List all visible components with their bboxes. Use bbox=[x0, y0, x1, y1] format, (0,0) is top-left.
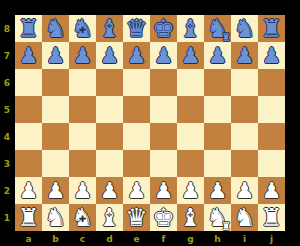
square-d8[interactable]: ♝ bbox=[96, 15, 123, 42]
square-d4[interactable] bbox=[96, 123, 123, 150]
piece-white-pawn[interactable]: ♟ bbox=[46, 177, 66, 204]
piece-white-king[interactable]: ♚ bbox=[152, 204, 174, 231]
piece-black-queen[interactable]: ♛ bbox=[125, 15, 147, 42]
piece-black-pawn[interactable]: ♟ bbox=[19, 42, 39, 69]
piece-black-pawn[interactable]: ♟ bbox=[127, 42, 147, 69]
piece-black-rook[interactable]: ♜ bbox=[260, 15, 282, 42]
piece-white-pawn[interactable]: ♟ bbox=[235, 177, 255, 204]
square-e1[interactable]: ♛ bbox=[123, 204, 150, 231]
square-f7[interactable]: ♟ bbox=[150, 42, 177, 69]
square-b7[interactable]: ♟ bbox=[42, 42, 69, 69]
square-e2[interactable]: ♟ bbox=[123, 177, 150, 204]
piece-white-pawn[interactable]: ♟ bbox=[100, 177, 120, 204]
file-label-i: i bbox=[231, 232, 258, 246]
piece-white-chancellor[interactable]: ♞ bbox=[206, 204, 228, 231]
square-h2[interactable]: ♟ bbox=[204, 177, 231, 204]
square-e4[interactable] bbox=[123, 123, 150, 150]
square-a1[interactable]: ♜ bbox=[15, 204, 42, 231]
piece-white-pawn[interactable]: ♟ bbox=[181, 177, 201, 204]
square-g1[interactable]: ♝ bbox=[177, 204, 204, 231]
file-label-d: d bbox=[96, 232, 123, 246]
square-j4[interactable] bbox=[258, 123, 285, 150]
piece-white-knight[interactable]: ♞ bbox=[233, 204, 255, 231]
square-b6[interactable] bbox=[42, 69, 69, 96]
piece-white-pawn[interactable]: ♟ bbox=[262, 177, 282, 204]
square-h6[interactable] bbox=[204, 69, 231, 96]
square-j8[interactable]: ♜ bbox=[258, 15, 285, 42]
square-a6[interactable] bbox=[15, 69, 42, 96]
piece-white-pawn[interactable]: ♟ bbox=[73, 177, 93, 204]
square-c8[interactable]: ♞✚ bbox=[69, 15, 96, 42]
rank-label-6: 6 bbox=[0, 69, 14, 96]
square-f5[interactable] bbox=[150, 96, 177, 123]
square-c5[interactable] bbox=[69, 96, 96, 123]
rank-label-8: 8 bbox=[0, 15, 14, 42]
square-a8[interactable]: ♜ bbox=[15, 15, 42, 42]
square-g3[interactable] bbox=[177, 150, 204, 177]
square-e5[interactable] bbox=[123, 96, 150, 123]
chessboard-frame: 87654321 ♜♞♞✚♝♛♚♝♞♜♞♜♟♟♟♟♟♟♟♟♟♟♟♟♟♟♟♟♟♟♟… bbox=[0, 0, 300, 246]
square-a4[interactable] bbox=[15, 123, 42, 150]
square-i8[interactable]: ♞ bbox=[231, 15, 258, 42]
square-f6[interactable] bbox=[150, 69, 177, 96]
rank-label-4: 4 bbox=[0, 123, 14, 150]
rank-label-7: 7 bbox=[0, 42, 14, 69]
square-a5[interactable] bbox=[15, 96, 42, 123]
square-h5[interactable] bbox=[204, 96, 231, 123]
square-h1[interactable]: ♞♜ bbox=[204, 204, 231, 231]
square-b1[interactable]: ♞ bbox=[42, 204, 69, 231]
file-label-j: j bbox=[258, 232, 285, 246]
square-e8[interactable]: ♛ bbox=[123, 15, 150, 42]
rank-label-3: 3 bbox=[0, 150, 14, 177]
rank-label-2: 2 bbox=[0, 177, 14, 204]
square-i2[interactable]: ♟ bbox=[231, 177, 258, 204]
square-d6[interactable] bbox=[96, 69, 123, 96]
piece-black-pawn[interactable]: ♟ bbox=[181, 42, 201, 69]
piece-black-rook[interactable]: ♜ bbox=[17, 15, 39, 42]
square-a7[interactable]: ♟ bbox=[15, 42, 42, 69]
file-label-c: c bbox=[69, 232, 96, 246]
square-b8[interactable]: ♞ bbox=[42, 15, 69, 42]
square-a3[interactable] bbox=[15, 150, 42, 177]
square-f1[interactable]: ♚ bbox=[150, 204, 177, 231]
piece-white-bishop[interactable]: ♝ bbox=[98, 204, 120, 231]
file-labels: abcdefghij bbox=[15, 232, 285, 246]
square-b3[interactable] bbox=[42, 150, 69, 177]
piece-black-pawn[interactable]: ♟ bbox=[208, 42, 228, 69]
square-c6[interactable] bbox=[69, 69, 96, 96]
piece-black-pawn[interactable]: ♟ bbox=[235, 42, 255, 69]
square-c3[interactable] bbox=[69, 150, 96, 177]
square-f8[interactable]: ♚ bbox=[150, 15, 177, 42]
piece-black-bishop[interactable]: ♝ bbox=[179, 15, 201, 42]
square-d2[interactable]: ♟ bbox=[96, 177, 123, 204]
file-label-a: a bbox=[15, 232, 42, 246]
rank-label-1: 1 bbox=[0, 204, 14, 231]
square-g7[interactable]: ♟ bbox=[177, 42, 204, 69]
square-i5[interactable] bbox=[231, 96, 258, 123]
square-f4[interactable] bbox=[150, 123, 177, 150]
piece-white-pawn[interactable]: ♟ bbox=[154, 177, 174, 204]
piece-black-chancellor[interactable]: ♞ bbox=[206, 15, 228, 42]
square-f3[interactable] bbox=[150, 150, 177, 177]
square-g6[interactable] bbox=[177, 69, 204, 96]
square-j7[interactable]: ♟ bbox=[258, 42, 285, 69]
piece-black-pawn[interactable]: ♟ bbox=[154, 42, 174, 69]
square-a2[interactable]: ♟ bbox=[15, 177, 42, 204]
square-d7[interactable]: ♟ bbox=[96, 42, 123, 69]
square-h3[interactable] bbox=[204, 150, 231, 177]
square-g8[interactable]: ♝ bbox=[177, 15, 204, 42]
piece-black-pawn[interactable]: ♟ bbox=[100, 42, 120, 69]
square-i6[interactable] bbox=[231, 69, 258, 96]
file-label-g: g bbox=[177, 232, 204, 246]
piece-white-pawn[interactable]: ♟ bbox=[127, 177, 147, 204]
file-label-e: e bbox=[123, 232, 150, 246]
piece-black-archbishop[interactable]: ♞ bbox=[71, 15, 93, 42]
piece-white-pawn[interactable]: ♟ bbox=[19, 177, 39, 204]
piece-white-archbishop[interactable]: ♞ bbox=[71, 204, 93, 231]
square-i7[interactable]: ♟ bbox=[231, 42, 258, 69]
piece-white-knight[interactable]: ♞ bbox=[44, 204, 66, 231]
piece-white-rook[interactable]: ♜ bbox=[17, 204, 39, 231]
file-label-b: b bbox=[42, 232, 69, 246]
file-label-h: h bbox=[204, 232, 231, 246]
piece-black-pawn[interactable]: ♟ bbox=[262, 42, 282, 69]
square-j2[interactable]: ♟ bbox=[258, 177, 285, 204]
piece-black-knight[interactable]: ♞ bbox=[44, 15, 66, 42]
rank-labels: 87654321 bbox=[0, 15, 14, 232]
square-i4[interactable] bbox=[231, 123, 258, 150]
square-h4[interactable] bbox=[204, 123, 231, 150]
piece-black-pawn[interactable]: ♟ bbox=[73, 42, 93, 69]
square-i1[interactable]: ♞ bbox=[231, 204, 258, 231]
square-d5[interactable] bbox=[96, 96, 123, 123]
square-c7[interactable]: ♟ bbox=[69, 42, 96, 69]
piece-black-bishop[interactable]: ♝ bbox=[98, 15, 120, 42]
square-c2[interactable]: ♟ bbox=[69, 177, 96, 204]
piece-black-king[interactable]: ♚ bbox=[152, 15, 174, 42]
square-e7[interactable]: ♟ bbox=[123, 42, 150, 69]
square-e6[interactable] bbox=[123, 69, 150, 96]
rank-label-5: 5 bbox=[0, 96, 14, 123]
square-g4[interactable] bbox=[177, 123, 204, 150]
square-h7[interactable]: ♟ bbox=[204, 42, 231, 69]
square-i3[interactable] bbox=[231, 150, 258, 177]
square-d3[interactable] bbox=[96, 150, 123, 177]
square-h8[interactable]: ♞♜ bbox=[204, 15, 231, 42]
square-e3[interactable] bbox=[123, 150, 150, 177]
piece-white-pawn[interactable]: ♟ bbox=[208, 177, 228, 204]
piece-black-pawn[interactable]: ♟ bbox=[46, 42, 66, 69]
square-c1[interactable]: ♞✚ bbox=[69, 204, 96, 231]
square-g2[interactable]: ♟ bbox=[177, 177, 204, 204]
file-label-f: f bbox=[150, 232, 177, 246]
square-g5[interactable] bbox=[177, 96, 204, 123]
square-b5[interactable] bbox=[42, 96, 69, 123]
piece-black-knight[interactable]: ♞ bbox=[233, 15, 255, 42]
square-j3[interactable] bbox=[258, 150, 285, 177]
square-d1[interactable]: ♝ bbox=[96, 204, 123, 231]
square-b2[interactable]: ♟ bbox=[42, 177, 69, 204]
piece-white-rook[interactable]: ♜ bbox=[260, 204, 282, 231]
square-j5[interactable] bbox=[258, 96, 285, 123]
square-b4[interactable] bbox=[42, 123, 69, 150]
square-j1[interactable]: ♜ bbox=[258, 204, 285, 231]
square-f2[interactable]: ♟ bbox=[150, 177, 177, 204]
chessboard: ♜♞♞✚♝♛♚♝♞♜♞♜♟♟♟♟♟♟♟♟♟♟♟♟♟♟♟♟♟♟♟♟♜♞♞✚♝♛♚♝… bbox=[15, 15, 285, 232]
square-c4[interactable] bbox=[69, 123, 96, 150]
square-j6[interactable] bbox=[258, 69, 285, 96]
piece-white-bishop[interactable]: ♝ bbox=[179, 204, 201, 231]
piece-white-queen[interactable]: ♛ bbox=[125, 204, 147, 231]
